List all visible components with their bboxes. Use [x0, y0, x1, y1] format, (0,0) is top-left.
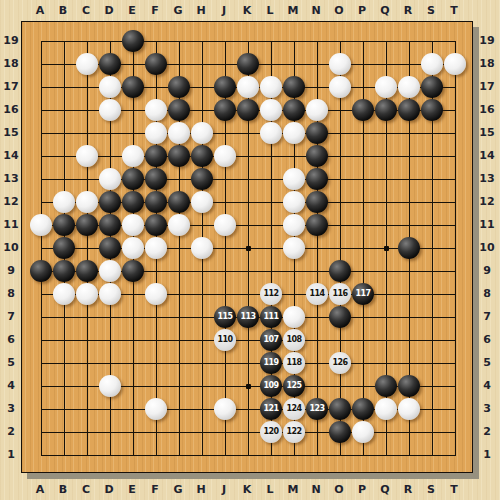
row-label-left-12: 12 — [3, 195, 18, 208]
row-label-left-1: 1 — [7, 448, 15, 461]
col-label-bottom-C: C — [82, 483, 90, 496]
move-114-stone-white-N8: 114 — [306, 283, 328, 305]
stone-black-E12 — [122, 191, 144, 213]
move-109-stone-black-L4: 109 — [260, 375, 282, 397]
grid-line-row-5 — [41, 363, 456, 364]
move-118-stone-white-M5: 118 — [283, 352, 305, 374]
stone-white-J11 — [214, 214, 236, 236]
col-label-top-O: O — [334, 4, 343, 17]
move-116-stone-white-O8: 116 — [329, 283, 351, 305]
star-point-Q10 — [384, 246, 389, 251]
row-label-left-11: 11 — [3, 218, 18, 231]
stone-black-R16 — [398, 99, 420, 121]
stone-white-B8 — [53, 283, 75, 305]
stone-black-D11 — [99, 214, 121, 236]
col-label-bottom-A: A — [36, 483, 45, 496]
stone-white-D9 — [99, 260, 121, 282]
stone-white-A11 — [30, 214, 52, 236]
grid-line-col-O — [340, 41, 341, 456]
stone-black-M17 — [283, 76, 305, 98]
col-label-top-N: N — [311, 4, 320, 17]
stone-white-E11 — [122, 214, 144, 236]
stone-white-D17 — [99, 76, 121, 98]
stone-white-D4 — [99, 375, 121, 397]
stone-black-E9 — [122, 260, 144, 282]
stone-white-F16 — [145, 99, 167, 121]
stone-black-B10 — [53, 237, 75, 259]
col-label-top-H: H — [196, 4, 205, 17]
stone-white-J3 — [214, 398, 236, 420]
row-label-left-18: 18 — [3, 57, 18, 70]
stone-white-F10 — [145, 237, 167, 259]
row-label-left-3: 3 — [7, 402, 15, 415]
stone-white-C12 — [76, 191, 98, 213]
row-label-right-15: 15 — [479, 126, 494, 139]
stone-black-H14 — [191, 145, 213, 167]
stone-white-C18 — [76, 53, 98, 75]
stone-black-F14 — [145, 145, 167, 167]
stone-black-F11 — [145, 214, 167, 236]
row-label-left-19: 19 — [3, 34, 18, 47]
stone-white-Q17 — [375, 76, 397, 98]
move-107-stone-black-L6: 107 — [260, 329, 282, 351]
stone-white-H10 — [191, 237, 213, 259]
col-label-top-F: F — [151, 4, 159, 17]
stone-black-N11 — [306, 214, 328, 236]
stone-white-O18 — [329, 53, 351, 75]
stone-white-D13 — [99, 168, 121, 190]
col-label-bottom-T: T — [450, 483, 458, 496]
stone-black-P3 — [352, 398, 374, 420]
star-point-K4 — [246, 384, 251, 389]
stone-white-J14 — [214, 145, 236, 167]
stone-black-A9 — [30, 260, 52, 282]
stone-black-B11 — [53, 214, 75, 236]
stone-white-E14 — [122, 145, 144, 167]
move-122-stone-white-M2: 122 — [283, 421, 305, 443]
row-label-left-17: 17 — [3, 80, 18, 93]
star-point-K10 — [246, 246, 251, 251]
stone-black-Q4 — [375, 375, 397, 397]
move-124-stone-white-M3: 124 — [283, 398, 305, 420]
stone-black-D10 — [99, 237, 121, 259]
stone-black-H13 — [191, 168, 213, 190]
stone-white-N16 — [306, 99, 328, 121]
stone-white-C8 — [76, 283, 98, 305]
grid-line-col-T — [455, 41, 456, 456]
col-label-top-T: T — [450, 4, 458, 17]
stone-white-O17 — [329, 76, 351, 98]
stone-black-O9 — [329, 260, 351, 282]
col-label-top-E: E — [128, 4, 136, 17]
move-115-stone-black-J7: 115 — [214, 306, 236, 328]
row-label-right-18: 18 — [479, 57, 494, 70]
stone-black-N14 — [306, 145, 328, 167]
row-label-right-6: 6 — [483, 333, 491, 346]
row-label-right-7: 7 — [483, 310, 491, 323]
row-label-right-14: 14 — [479, 149, 494, 162]
col-label-bottom-J: J — [222, 483, 226, 496]
stone-black-K16 — [237, 99, 259, 121]
stone-white-R3 — [398, 398, 420, 420]
row-label-left-13: 13 — [3, 172, 18, 185]
col-label-top-G: G — [173, 4, 182, 17]
stone-black-C9 — [76, 260, 98, 282]
col-label-top-A: A — [36, 4, 45, 17]
stone-black-Q16 — [375, 99, 397, 121]
col-label-bottom-P: P — [358, 483, 366, 496]
stone-black-D18 — [99, 53, 121, 75]
row-label-left-9: 9 — [7, 264, 15, 277]
row-label-right-8: 8 — [483, 287, 491, 300]
row-label-left-5: 5 — [7, 356, 15, 369]
row-label-right-19: 19 — [479, 34, 494, 47]
row-label-left-4: 4 — [7, 379, 15, 392]
stone-white-G15 — [168, 122, 190, 144]
stone-white-Q3 — [375, 398, 397, 420]
col-label-top-K: K — [243, 4, 252, 17]
stone-white-D16 — [99, 99, 121, 121]
move-123-stone-black-N3: 123 — [306, 398, 328, 420]
stone-black-E13 — [122, 168, 144, 190]
move-119-stone-black-L5: 119 — [260, 352, 282, 374]
col-label-top-D: D — [104, 4, 113, 17]
move-121-stone-black-L3: 121 — [260, 398, 282, 420]
col-label-bottom-B: B — [59, 483, 67, 496]
move-112-stone-white-L8: 112 — [260, 283, 282, 305]
row-label-right-9: 9 — [483, 264, 491, 277]
grid-line-row-6 — [41, 340, 456, 341]
stone-black-S17 — [421, 76, 443, 98]
stone-white-S18 — [421, 53, 443, 75]
stone-black-R10 — [398, 237, 420, 259]
stone-white-F8 — [145, 283, 167, 305]
move-108-stone-white-M6: 108 — [283, 329, 305, 351]
row-label-right-3: 3 — [483, 402, 491, 415]
move-113-stone-black-K7: 113 — [237, 306, 259, 328]
col-label-bottom-M: M — [288, 483, 299, 496]
stone-white-L16 — [260, 99, 282, 121]
grid-line-row-1 — [41, 455, 456, 456]
stone-black-N15 — [306, 122, 328, 144]
stone-white-R17 — [398, 76, 420, 98]
row-label-left-10: 10 — [3, 241, 18, 254]
stone-black-M16 — [283, 99, 305, 121]
stone-white-H15 — [191, 122, 213, 144]
row-label-left-15: 15 — [3, 126, 18, 139]
stone-white-M7 — [283, 306, 305, 328]
stone-black-S16 — [421, 99, 443, 121]
stone-black-K18 — [237, 53, 259, 75]
stone-white-M11 — [283, 214, 305, 236]
row-label-right-5: 5 — [483, 356, 491, 369]
stone-black-C11 — [76, 214, 98, 236]
stone-white-L17 — [260, 76, 282, 98]
row-label-right-12: 12 — [479, 195, 494, 208]
stone-black-F13 — [145, 168, 167, 190]
stone-black-D12 — [99, 191, 121, 213]
row-label-left-8: 8 — [7, 287, 15, 300]
stone-black-F18 — [145, 53, 167, 75]
stone-white-M13 — [283, 168, 305, 190]
stone-black-E17 — [122, 76, 144, 98]
row-label-right-10: 10 — [479, 241, 494, 254]
stone-white-H12 — [191, 191, 213, 213]
stone-white-M12 — [283, 191, 305, 213]
col-label-bottom-Q: Q — [380, 483, 389, 496]
row-label-left-2: 2 — [7, 425, 15, 438]
row-label-right-11: 11 — [479, 218, 494, 231]
col-label-bottom-S: S — [427, 483, 435, 496]
grid-line-row-2 — [41, 432, 456, 433]
row-label-right-16: 16 — [479, 103, 494, 116]
stone-black-P16 — [352, 99, 374, 121]
go-game-viewer: 1121141161171151131111101071081191181261… — [0, 0, 500, 500]
stone-white-L15 — [260, 122, 282, 144]
col-label-bottom-R: R — [404, 483, 412, 496]
stone-white-T18 — [444, 53, 466, 75]
row-label-right-1: 1 — [483, 448, 491, 461]
stone-black-B9 — [53, 260, 75, 282]
col-label-top-S: S — [427, 4, 435, 17]
stone-black-N13 — [306, 168, 328, 190]
move-126-stone-white-O5: 126 — [329, 352, 351, 374]
col-label-top-M: M — [288, 4, 299, 17]
row-label-left-14: 14 — [3, 149, 18, 162]
col-label-top-P: P — [358, 4, 366, 17]
row-label-left-7: 7 — [7, 310, 15, 323]
move-111-stone-black-L7: 111 — [260, 306, 282, 328]
col-label-top-L: L — [266, 4, 273, 17]
go-board[interactable]: 1121141161171151131111101071081191181261… — [21, 21, 473, 473]
stone-white-E10 — [122, 237, 144, 259]
stone-black-O7 — [329, 306, 351, 328]
stone-black-G14 — [168, 145, 190, 167]
stone-white-F15 — [145, 122, 167, 144]
col-label-top-B: B — [59, 4, 67, 17]
stone-white-K17 — [237, 76, 259, 98]
stone-black-G16 — [168, 99, 190, 121]
stone-white-M15 — [283, 122, 305, 144]
move-125-stone-black-M4: 125 — [283, 375, 305, 397]
col-label-top-Q: Q — [380, 4, 389, 17]
stone-black-E19 — [122, 30, 144, 52]
row-label-left-6: 6 — [7, 333, 15, 346]
stone-white-C14 — [76, 145, 98, 167]
stone-black-N12 — [306, 191, 328, 213]
col-label-bottom-K: K — [243, 483, 252, 496]
row-label-right-2: 2 — [483, 425, 491, 438]
col-label-bottom-D: D — [104, 483, 113, 496]
col-label-bottom-E: E — [128, 483, 136, 496]
stone-white-P2 — [352, 421, 374, 443]
stone-black-J16 — [214, 99, 236, 121]
stone-white-D8 — [99, 283, 121, 305]
row-label-right-4: 4 — [483, 379, 491, 392]
stone-black-G12 — [168, 191, 190, 213]
stone-white-G11 — [168, 214, 190, 236]
row-label-right-17: 17 — [479, 80, 494, 93]
stone-white-M10 — [283, 237, 305, 259]
row-label-left-16: 16 — [3, 103, 18, 116]
col-label-bottom-L: L — [266, 483, 273, 496]
col-label-top-J: J — [222, 4, 226, 17]
stone-black-R4 — [398, 375, 420, 397]
col-label-bottom-G: G — [173, 483, 182, 496]
stone-black-F12 — [145, 191, 167, 213]
stone-black-G17 — [168, 76, 190, 98]
stone-black-O3 — [329, 398, 351, 420]
stone-white-B12 — [53, 191, 75, 213]
col-label-bottom-N: N — [311, 483, 320, 496]
col-label-bottom-H: H — [196, 483, 205, 496]
col-label-top-R: R — [404, 4, 412, 17]
move-110-stone-white-J6: 110 — [214, 329, 236, 351]
move-120-stone-white-L2: 120 — [260, 421, 282, 443]
stone-white-F3 — [145, 398, 167, 420]
move-117-stone-black-P8: 117 — [352, 283, 374, 305]
stone-black-O2 — [329, 421, 351, 443]
stone-black-J17 — [214, 76, 236, 98]
col-label-bottom-O: O — [334, 483, 343, 496]
col-label-top-C: C — [82, 4, 90, 17]
row-label-right-13: 13 — [479, 172, 494, 185]
col-label-bottom-F: F — [151, 483, 159, 496]
